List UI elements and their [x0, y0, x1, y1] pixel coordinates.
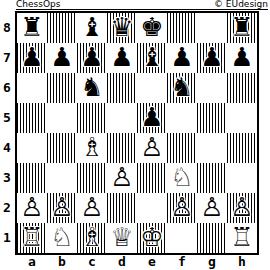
square-h3[interactable]: [227, 163, 257, 193]
square-f5[interactable]: [167, 103, 197, 133]
black-rook-h8: ♜: [227, 13, 257, 43]
square-b7[interactable]: ♟: [47, 43, 77, 73]
white-bishop-c1: ♗: [77, 223, 107, 253]
rank-label-8: 8: [0, 13, 14, 43]
square-c6[interactable]: ♞: [77, 73, 107, 103]
square-g4[interactable]: [197, 133, 227, 163]
square-d1[interactable]: ♕: [107, 223, 137, 253]
square-g6[interactable]: [197, 73, 227, 103]
black-knight-f6: ♞: [167, 73, 197, 103]
black-bishop-c8: ♝: [77, 13, 107, 43]
square-d3[interactable]: ♙: [107, 163, 137, 193]
square-a6[interactable]: [17, 73, 47, 103]
black-pawn-g7: ♟: [197, 43, 227, 73]
white-pawn-b2: ♙: [47, 193, 77, 223]
square-g2[interactable]: ♙: [197, 193, 227, 223]
white-king-e1: ♔: [137, 223, 167, 253]
square-f6[interactable]: ♞: [167, 73, 197, 103]
square-a3[interactable]: [17, 163, 47, 193]
rank-label-4: 4: [0, 133, 14, 163]
white-rook-a1: ♖: [17, 223, 47, 253]
white-pawn-g2: ♙: [197, 193, 227, 223]
square-e4[interactable]: ♙: [137, 133, 167, 163]
black-queen-d8: ♛: [107, 13, 137, 43]
rank-label-5: 5: [0, 103, 14, 133]
white-pawn-h2: ♙: [227, 193, 257, 223]
square-h7[interactable]: ♟: [227, 43, 257, 73]
white-bishop-c4: ♗: [77, 133, 107, 163]
square-h4[interactable]: [227, 133, 257, 163]
square-e7[interactable]: ♝: [137, 43, 167, 73]
file-label-c: c: [77, 255, 107, 269]
black-pawn-h7: ♟: [227, 43, 257, 73]
square-g5[interactable]: [197, 103, 227, 133]
square-a8[interactable]: ♜: [17, 13, 47, 43]
square-g3[interactable]: [197, 163, 227, 193]
black-knight-c6: ♞: [77, 73, 107, 103]
white-rook-h1: ♖: [227, 223, 257, 253]
square-f3[interactable]: ♘: [167, 163, 197, 193]
white-pawn-a2: ♙: [17, 193, 47, 223]
square-c7[interactable]: ♟: [77, 43, 107, 73]
square-d2[interactable]: [107, 193, 137, 223]
square-h2[interactable]: ♙: [227, 193, 257, 223]
square-a5[interactable]: [17, 103, 47, 133]
white-pawn-d3: ♙: [107, 163, 137, 193]
rank-label-1: 1: [0, 223, 14, 253]
square-d4[interactable]: [107, 133, 137, 163]
square-h1[interactable]: ♖: [227, 223, 257, 253]
square-e1[interactable]: ♔: [137, 223, 167, 253]
app-title: ChessOps: [16, 0, 60, 9]
square-a7[interactable]: ♟: [17, 43, 47, 73]
file-label-h: h: [227, 255, 257, 269]
square-d7[interactable]: ♟: [107, 43, 137, 73]
square-c2[interactable]: ♙: [77, 193, 107, 223]
square-b6[interactable]: [47, 73, 77, 103]
white-pawn-c2: ♙: [77, 193, 107, 223]
file-labels: abcdefgh: [17, 255, 257, 269]
black-rook-a8: ♜: [17, 13, 47, 43]
white-knight-b1: ♘: [47, 223, 77, 253]
black-pawn-b7: ♟: [47, 43, 77, 73]
square-h5[interactable]: [227, 103, 257, 133]
square-a4[interactable]: [17, 133, 47, 163]
file-label-e: e: [137, 255, 167, 269]
white-pawn-e4: ♙: [137, 133, 167, 163]
square-c3[interactable]: [77, 163, 107, 193]
square-e5[interactable]: ♟: [137, 103, 167, 133]
white-knight-f3: ♘: [167, 163, 197, 193]
rank-label-2: 2: [0, 193, 14, 223]
square-c5[interactable]: [77, 103, 107, 133]
file-label-f: f: [167, 255, 197, 269]
black-bishop-e7: ♝: [137, 43, 167, 73]
black-pawn-f7: ♟: [167, 43, 197, 73]
rank-label-3: 3: [0, 163, 14, 193]
chess-board: ♜♝♛♚♜♟♟♟♟♝♟♟♟♞♞♟♗♙♙♘♙♙♙♙♙♙♖♘♗♕♔♖: [15, 11, 259, 255]
square-b2[interactable]: ♙: [47, 193, 77, 223]
square-c1[interactable]: ♗: [77, 223, 107, 253]
square-d8[interactable]: ♛: [107, 13, 137, 43]
black-king-e8: ♚: [137, 13, 167, 43]
square-g7[interactable]: ♟: [197, 43, 227, 73]
file-label-b: b: [47, 255, 77, 269]
square-c4[interactable]: ♗: [77, 133, 107, 163]
square-f2[interactable]: ♙: [167, 193, 197, 223]
square-e6[interactable]: [137, 73, 167, 103]
square-b5[interactable]: [47, 103, 77, 133]
credit: © EUdesign: [214, 0, 268, 9]
square-b8[interactable]: [47, 13, 77, 43]
square-e2[interactable]: [137, 193, 167, 223]
square-b1[interactable]: ♘: [47, 223, 77, 253]
square-d5[interactable]: [107, 103, 137, 133]
rank-label-7: 7: [0, 43, 14, 73]
rank-labels: 87654321: [0, 13, 14, 253]
file-label-d: d: [107, 255, 137, 269]
white-queen-d1: ♕: [107, 223, 137, 253]
black-pawn-a7: ♟: [17, 43, 47, 73]
black-pawn-d7: ♟: [107, 43, 137, 73]
square-g8[interactable]: [197, 13, 227, 43]
square-a2[interactable]: ♙: [17, 193, 47, 223]
square-e3[interactable]: [137, 163, 167, 193]
square-b3[interactable]: [47, 163, 77, 193]
file-label-a: a: [17, 255, 47, 269]
file-label-g: g: [197, 255, 227, 269]
square-a1[interactable]: ♖: [17, 223, 47, 253]
black-pawn-c7: ♟: [77, 43, 107, 73]
square-f7[interactable]: ♟: [167, 43, 197, 73]
square-e8[interactable]: ♚: [137, 13, 167, 43]
chess-diagram: ChessOps © EUdesign 87654321 ♜♝♛♚♜♟♟♟♟♝♟…: [0, 0, 270, 270]
rank-label-6: 6: [0, 73, 14, 103]
square-h8[interactable]: ♜: [227, 13, 257, 43]
square-f4[interactable]: [167, 133, 197, 163]
square-f1[interactable]: [167, 223, 197, 253]
white-pawn-f2: ♙: [167, 193, 197, 223]
square-b4[interactable]: [47, 133, 77, 163]
black-pawn-e5: ♟: [137, 103, 167, 133]
square-h6[interactable]: [227, 73, 257, 103]
header-bar: ChessOps © EUdesign: [16, 0, 268, 10]
square-c8[interactable]: ♝: [77, 13, 107, 43]
square-f8[interactable]: [167, 13, 197, 43]
square-g1[interactable]: [197, 223, 227, 253]
square-d6[interactable]: [107, 73, 137, 103]
